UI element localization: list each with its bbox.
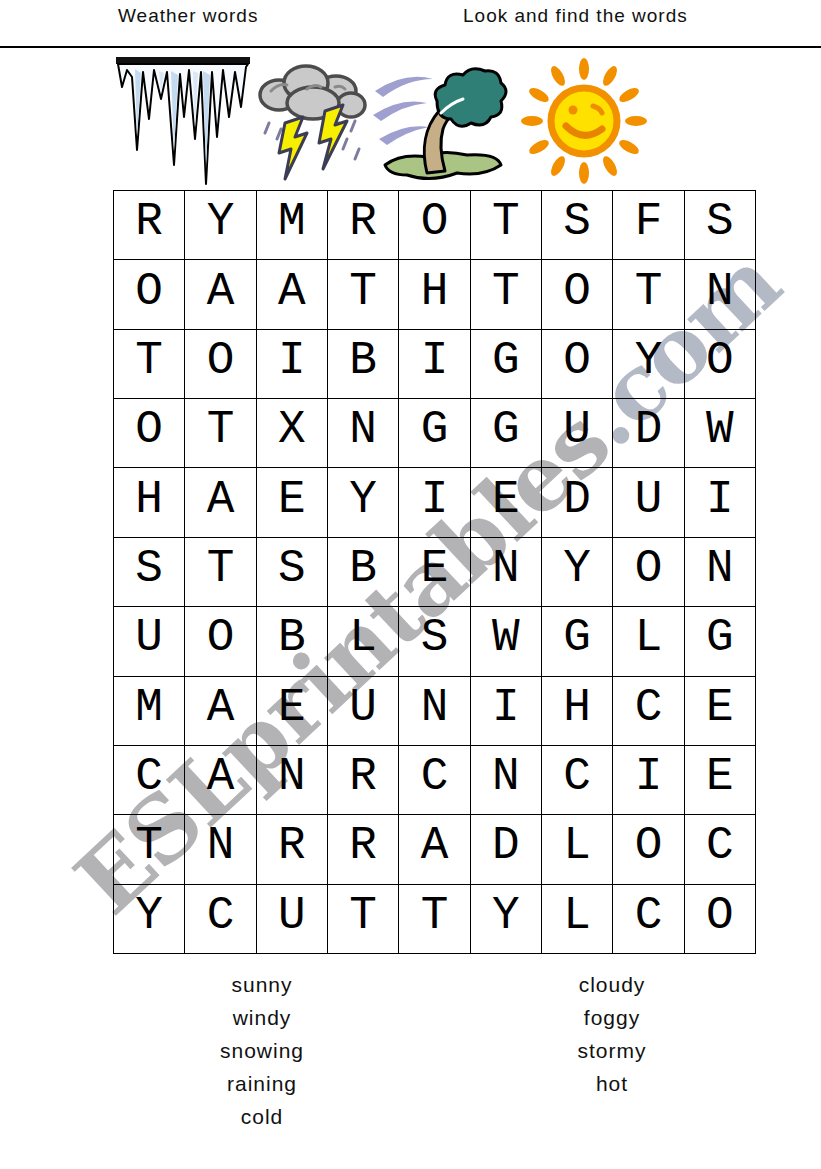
grid-cell[interactable]: C [399, 746, 470, 815]
grid-cell[interactable]: B [328, 330, 399, 399]
grid-cell[interactable]: L [542, 885, 613, 954]
grid-cell[interactable]: N [185, 815, 256, 884]
wordsearch-grid: RYMROTSFSOAATHTOTNTOIBIGOYOOTXNGGUDWHAEY… [113, 190, 756, 954]
grid-cell[interactable]: L [328, 607, 399, 676]
grid-cell[interactable]: B [257, 607, 328, 676]
word-item: hot [500, 1067, 724, 1100]
grid-cell[interactable]: A [185, 260, 256, 329]
grid-cell[interactable]: G [471, 330, 542, 399]
grid-cell[interactable]: H [542, 677, 613, 746]
grid-cell[interactable]: T [114, 815, 185, 884]
grid-cell[interactable]: Y [185, 191, 256, 260]
word-item: sunny [150, 968, 374, 1001]
grid-cell[interactable]: R [328, 815, 399, 884]
grid-cell[interactable]: A [185, 746, 256, 815]
sun-icon [514, 57, 654, 193]
grid-cell[interactable]: A [399, 815, 470, 884]
grid-cell[interactable]: N [685, 538, 756, 607]
grid-cell[interactable]: R [328, 746, 399, 815]
grid-cell[interactable]: O [185, 330, 256, 399]
grid-cell[interactable]: O [542, 330, 613, 399]
grid-cell[interactable]: G [542, 607, 613, 676]
windy-tree-icon [371, 57, 511, 193]
grid-cell[interactable]: S [114, 538, 185, 607]
grid-cell[interactable]: C [613, 885, 684, 954]
word-list-right: cloudyfoggystormyhot [500, 968, 724, 1100]
grid-cell[interactable]: U [257, 885, 328, 954]
grid-cell[interactable]: S [257, 538, 328, 607]
grid-cell[interactable]: M [114, 677, 185, 746]
divider-line [0, 46, 821, 48]
grid-cell[interactable]: N [328, 399, 399, 468]
grid-cell[interactable]: R [114, 191, 185, 260]
grid-cell[interactable]: O [114, 399, 185, 468]
grid-cell[interactable]: O [399, 191, 470, 260]
grid-cell[interactable]: Y [542, 538, 613, 607]
word-list-left: sunnywindysnowingrainingcold [150, 968, 374, 1133]
grid-cell[interactable]: E [257, 468, 328, 537]
word-item: windy [150, 1001, 374, 1034]
grid-cell[interactable]: U [114, 607, 185, 676]
grid-cell[interactable]: D [542, 468, 613, 537]
grid-cell[interactable]: I [399, 330, 470, 399]
grid-cell[interactable]: D [613, 399, 684, 468]
word-item: cloudy [500, 968, 724, 1001]
grid-cell[interactable]: W [471, 607, 542, 676]
grid-cell[interactable]: O [613, 815, 684, 884]
grid-cell[interactable]: H [399, 260, 470, 329]
grid-cell[interactable]: N [257, 746, 328, 815]
grid-cell[interactable]: O [685, 885, 756, 954]
grid-cell[interactable]: W [685, 399, 756, 468]
grid-cell[interactable]: T [328, 260, 399, 329]
grid-cell[interactable]: C [185, 885, 256, 954]
grid-cell[interactable]: I [685, 468, 756, 537]
grid-cell[interactable]: O [542, 260, 613, 329]
grid-cell[interactable]: L [542, 815, 613, 884]
grid-cell[interactable]: I [257, 330, 328, 399]
grid-cell[interactable]: T [399, 885, 470, 954]
grid-cell[interactable]: U [613, 468, 684, 537]
grid-cell[interactable]: T [328, 885, 399, 954]
grid-cell[interactable]: Y [114, 885, 185, 954]
word-item: foggy [500, 1001, 724, 1034]
grid-cell[interactable]: D [471, 815, 542, 884]
grid-cell[interactable]: Y [613, 330, 684, 399]
grid-cell[interactable]: U [542, 399, 613, 468]
grid-cell[interactable]: E [399, 538, 470, 607]
grid-cell[interactable]: I [613, 746, 684, 815]
grid-cell[interactable]: T [471, 191, 542, 260]
grid-cell[interactable]: G [471, 399, 542, 468]
grid-cell[interactable]: B [328, 538, 399, 607]
grid-cell[interactable]: X [257, 399, 328, 468]
grid-cell[interactable]: A [185, 677, 256, 746]
word-item: stormy [500, 1034, 724, 1067]
grid-cell[interactable]: E [685, 746, 756, 815]
grid-cell[interactable]: T [471, 260, 542, 329]
grid-cell[interactable]: I [399, 468, 470, 537]
icicles-icon [116, 57, 250, 191]
grid-cell[interactable]: G [399, 399, 470, 468]
grid-cell[interactable]: A [257, 260, 328, 329]
grid-cell[interactable]: E [257, 677, 328, 746]
grid-cell[interactable]: G [685, 607, 756, 676]
grid-cell[interactable]: T [114, 330, 185, 399]
word-item: snowing [150, 1034, 374, 1067]
grid-cell[interactable]: E [685, 677, 756, 746]
grid-cell[interactable]: C [114, 746, 185, 815]
grid-cell[interactable]: N [471, 538, 542, 607]
grid-cell[interactable]: O [685, 330, 756, 399]
word-item: raining [150, 1067, 374, 1100]
grid-cell[interactable]: E [471, 468, 542, 537]
grid-cell[interactable]: R [257, 815, 328, 884]
grid-cell[interactable]: S [542, 191, 613, 260]
grid-cell[interactable]: R [328, 191, 399, 260]
grid-cell[interactable]: N [471, 746, 542, 815]
grid-cell[interactable]: O [185, 607, 256, 676]
grid-cell[interactable]: F [613, 191, 684, 260]
grid-cell[interactable]: S [399, 607, 470, 676]
grid-cell[interactable]: O [114, 260, 185, 329]
grid-cell[interactable]: H [114, 468, 185, 537]
worksheet-page: Weather words Look and find the words [0, 0, 821, 1169]
word-item: cold [150, 1100, 374, 1133]
grid-cell[interactable]: T [185, 538, 256, 607]
grid-cell[interactable]: C [613, 677, 684, 746]
grid-cell[interactable]: N [685, 260, 756, 329]
grid-cell[interactable]: O [613, 538, 684, 607]
grid-cell[interactable]: T [185, 399, 256, 468]
grid-cell[interactable]: M [257, 191, 328, 260]
grid-cell[interactable]: A [185, 468, 256, 537]
grid-cell[interactable]: S [685, 191, 756, 260]
instruction-title: Look and find the words [463, 5, 688, 27]
grid-cell[interactable]: C [685, 815, 756, 884]
grid-cell[interactable]: N [399, 677, 470, 746]
grid-cell[interactable]: U [328, 677, 399, 746]
grid-cell[interactable]: L [613, 607, 684, 676]
grid-cell[interactable]: C [542, 746, 613, 815]
grid-cell[interactable]: Y [328, 468, 399, 537]
grid-cell[interactable]: I [471, 677, 542, 746]
grid-cell[interactable]: Y [471, 885, 542, 954]
worksheet-title: Weather words [118, 5, 258, 27]
grid-cell[interactable]: T [613, 260, 684, 329]
storm-cloud-lightning-icon [251, 57, 371, 191]
